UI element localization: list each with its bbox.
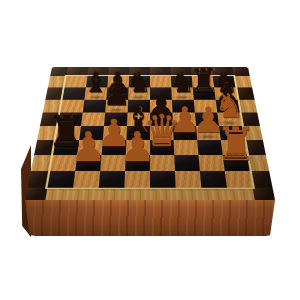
square-e8[interactable] [150,76,171,88]
board-border-block [238,100,258,113]
board-border-block [242,126,263,140]
square-g3[interactable] [197,140,223,155]
square-d7[interactable] [128,87,150,99]
square-b2[interactable] [75,155,101,171]
square-g4[interactable] [196,126,221,140]
board-border-block [232,67,250,76]
square-b7[interactable] [84,87,107,99]
board-border-block [50,67,68,76]
square-a5[interactable] [58,113,83,126]
square-f8[interactable] [171,76,193,88]
square-e3[interactable] [150,140,174,155]
square-a2[interactable] [50,155,77,171]
square-f3[interactable] [174,140,199,155]
board-border-block [129,67,150,76]
square-e6[interactable] [150,100,172,113]
board-border-block [98,188,125,202]
square-h5[interactable] [217,113,242,126]
square-f1[interactable] [175,171,201,188]
square-f5[interactable] [172,113,196,126]
square-b4[interactable] [79,126,104,140]
square-a3[interactable] [53,140,79,155]
board-border-block [108,67,129,76]
square-b6[interactable] [83,100,107,113]
board-border-block [150,188,176,202]
square-f7[interactable] [171,87,193,99]
board-border-block [67,67,89,76]
square-a7[interactable] [62,87,85,99]
board-border-block [233,76,252,88]
board-border-block [150,67,171,76]
square-d8[interactable] [129,76,150,88]
square-c2[interactable] [100,155,126,171]
chess-board [25,67,276,201]
board-border-block [25,188,48,202]
square-e5[interactable] [150,113,173,126]
board-box-front [25,200,275,236]
square-g6[interactable] [194,100,218,113]
square-a1[interactable] [47,171,75,188]
board-border-block [170,67,191,76]
board-border-block [124,188,150,202]
board-border-block [240,113,260,126]
square-h2[interactable] [223,155,250,171]
board-border-block [191,67,213,76]
board-border-block [250,171,273,188]
square-c6[interactable] [105,100,128,113]
board-border-block [227,188,255,202]
square-f4[interactable] [173,126,197,140]
square-g8[interactable] [192,76,214,88]
board-border-block [71,188,98,202]
square-b8[interactable] [86,76,108,88]
square-g2[interactable] [198,155,224,171]
board-border-block [87,67,109,76]
board-border-block [253,188,276,202]
square-f2[interactable] [174,155,200,171]
board-border-block [244,140,266,155]
square-c8[interactable] [107,76,129,88]
square-g7[interactable] [193,87,216,99]
board-border-block [176,188,203,202]
square-a6[interactable] [60,100,84,113]
square-h4[interactable] [219,126,244,140]
square-e7[interactable] [150,87,172,99]
square-c1[interactable] [99,171,125,188]
square-h8[interactable] [213,76,236,88]
square-d2[interactable] [125,155,150,171]
square-e1[interactable] [150,171,176,188]
board-border-block [201,188,228,202]
square-e2[interactable] [150,155,175,171]
board-border-block [235,87,254,99]
square-d4[interactable] [126,126,150,140]
square-d3[interactable] [126,140,150,155]
square-a8[interactable] [65,76,88,88]
square-h3[interactable] [221,140,247,155]
square-b5[interactable] [81,113,105,126]
square-c3[interactable] [102,140,127,155]
square-h7[interactable] [214,87,237,99]
board-border-block [247,155,269,171]
square-d6[interactable] [128,100,150,113]
square-c4[interactable] [103,126,127,140]
square-g5[interactable] [195,113,219,126]
square-f6[interactable] [172,100,195,113]
square-c7[interactable] [106,87,128,99]
board-border-block [45,188,73,202]
square-d1[interactable] [124,171,150,188]
square-g1[interactable] [200,171,227,188]
square-d5[interactable] [127,113,150,126]
square-h1[interactable] [225,171,253,188]
square-a4[interactable] [56,126,81,140]
square-h6[interactable] [216,100,240,113]
square-c5[interactable] [104,113,128,126]
square-b3[interactable] [77,140,103,155]
square-b1[interactable] [73,171,100,188]
square-e4[interactable] [150,126,174,140]
chess-set-photo: ♝♟♞♞♜♞♟♟♟♝♜♞♟♟♛♟♟♟♜ [0,0,300,300]
board-border-block [211,67,233,76]
